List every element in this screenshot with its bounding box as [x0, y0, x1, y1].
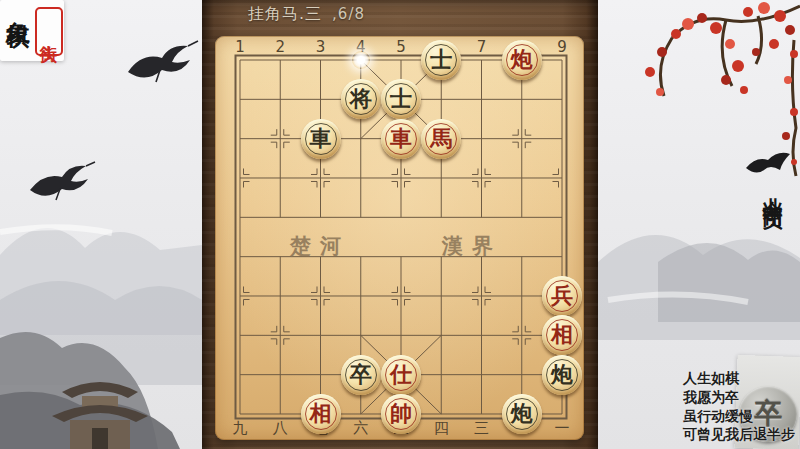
board-cell[interactable] [542, 80, 582, 119]
mountain-shape [598, 235, 800, 340]
mountain-shape [658, 243, 800, 322]
wood-table: 挂角马.三,6/8 123456789 九八七六五四三二一 楚河 漢界 士炮将士… [202, 0, 598, 449]
quote-line: 虽行动缓慢 [683, 407, 795, 426]
piece-glyph: 炮 [551, 364, 573, 386]
board-cell[interactable] [220, 198, 260, 237]
board-cell[interactable] [300, 198, 340, 237]
piece-glyph: 相 [551, 324, 573, 346]
board-cell[interactable] [341, 237, 381, 276]
vertical-watermark: 业余守門员 [760, 182, 787, 197]
board-cell[interactable] [502, 158, 542, 197]
board-cell[interactable] [220, 355, 260, 394]
xiangqi-piece-red[interactable]: 車 [381, 119, 421, 159]
board-cell[interactable] [260, 276, 300, 315]
board-cell[interactable] [300, 40, 340, 79]
bird-icon [746, 153, 790, 173]
board-cell[interactable] [461, 198, 501, 237]
board-cell[interactable] [421, 394, 461, 433]
logo-text-xiangqi: 象棋 [4, 2, 32, 6]
xiangqi-piece-black[interactable]: 士 [421, 40, 461, 80]
board-cell[interactable] [341, 394, 381, 433]
board-cell[interactable] [461, 158, 501, 197]
quote-line: 我愿为卒 [683, 388, 795, 407]
board-cell[interactable] [421, 276, 461, 315]
board-cell[interactable] [300, 158, 340, 197]
quote-line: 人生如棋 [683, 369, 795, 388]
plum-blossoms [645, 2, 798, 165]
board-cell[interactable] [421, 237, 461, 276]
rocks-shape [0, 332, 158, 449]
piece-glyph: 馬 [430, 128, 452, 150]
quote-line: 可曾见我后退半步 [683, 425, 795, 444]
board-cell[interactable] [502, 276, 542, 315]
board-cell[interactable] [341, 276, 381, 315]
board-cell[interactable] [381, 316, 421, 355]
xiangqi-board-panel: 123456789 九八七六五四三二一 楚河 漢界 士炮将士車車馬兵相卒仕炮相帥… [215, 36, 584, 440]
board-cell[interactable] [381, 40, 421, 79]
xiangqi-piece-red[interactable]: 兵 [542, 276, 582, 316]
board-cell[interactable] [502, 80, 542, 119]
piece-glyph: 相 [310, 403, 332, 425]
mountain-shape [0, 228, 202, 335]
xiangqi-piece-red[interactable]: 仕 [381, 355, 421, 395]
board-cell[interactable] [502, 237, 542, 276]
board-cell[interactable] [220, 316, 260, 355]
board-cell[interactable] [300, 276, 340, 315]
mist-stroke [0, 227, 112, 233]
xiangqi-piece-red[interactable]: 帥 [381, 394, 421, 434]
board-cell[interactable] [300, 80, 340, 119]
board-cell[interactable] [502, 198, 542, 237]
board-cell[interactable] [461, 394, 501, 433]
board-cell[interactable] [260, 316, 300, 355]
plum-branch-icon [645, 2, 800, 176]
board-cell[interactable] [220, 119, 260, 158]
xiangqi-piece-red[interactable]: 炮 [502, 40, 542, 80]
piece-glyph: 車 [310, 128, 332, 150]
piece-glyph: 帥 [390, 403, 412, 425]
board-cell[interactable] [381, 158, 421, 197]
board-cell[interactable] [260, 394, 300, 433]
mist-stroke [608, 294, 748, 302]
board-cell[interactable] [260, 355, 300, 394]
board-cell[interactable] [220, 40, 260, 79]
board-cell[interactable] [341, 316, 381, 355]
mountain-shape [0, 281, 202, 385]
board-cell[interactable] [542, 198, 582, 237]
board-cell[interactable] [542, 394, 582, 433]
piece-glyph: 士 [390, 88, 412, 110]
board-cell[interactable] [260, 80, 300, 119]
quote-block: 人生如棋 我愿为卒 虽行动缓慢 可曾见我后退半步 [683, 369, 795, 444]
board-cell[interactable] [220, 394, 260, 433]
board-cell[interactable] [461, 80, 501, 119]
xiangqi-piece-red[interactable]: 相 [301, 394, 341, 434]
board-cell[interactable] [542, 119, 582, 158]
board-cell[interactable] [341, 119, 381, 158]
board-cell[interactable] [461, 316, 501, 355]
piece-glyph: 卒 [350, 364, 372, 386]
logo-badge-jietou: 街头 [35, 7, 63, 56]
board-cell[interactable] [300, 316, 340, 355]
board-cell[interactable] [381, 276, 421, 315]
board-cell[interactable] [260, 119, 300, 158]
board-cell[interactable] [260, 40, 300, 79]
board-cell[interactable] [341, 158, 381, 197]
board-cell[interactable] [341, 198, 381, 237]
piece-glyph: 炮 [511, 49, 533, 71]
board-cell[interactable] [421, 316, 461, 355]
xiangqi-piece-black[interactable]: 炮 [542, 355, 582, 395]
board-cell[interactable] [421, 198, 461, 237]
app-logo: 象棋 街头 [0, 0, 64, 61]
board-cell[interactable] [260, 158, 300, 197]
highlight-marker: ✦ [352, 51, 370, 69]
board-cell[interactable] [220, 80, 260, 119]
piece-glyph: 兵 [551, 285, 573, 307]
board-cell[interactable] [381, 237, 421, 276]
board-cell[interactable] [300, 237, 340, 276]
pavilion-icon [52, 382, 148, 449]
board-cell[interactable] [542, 237, 582, 276]
board-cell[interactable] [220, 237, 260, 276]
board-cell[interactable] [421, 80, 461, 119]
board-cell[interactable] [502, 316, 542, 355]
board-cell[interactable] [461, 276, 501, 315]
board-cell[interactable] [220, 276, 260, 315]
rocks-shape [0, 392, 180, 449]
puzzle-name: 挂角马.三 [248, 4, 322, 23]
piece-glyph: 仕 [390, 364, 412, 386]
piece-glyph: 炮 [511, 403, 533, 425]
board-cell[interactable] [502, 355, 542, 394]
xiangqi-piece-black[interactable]: 車 [301, 119, 341, 159]
xiangqi-piece-black[interactable]: 将 [341, 79, 381, 119]
xiangqi-piece-black[interactable]: 炮 [502, 394, 542, 434]
crane-icon [128, 41, 198, 82]
xiangqi-piece-red[interactable]: 馬 [421, 119, 461, 159]
board-cell[interactable] [461, 355, 501, 394]
board-cell[interactable] [300, 355, 340, 394]
board-cell[interactable] [461, 40, 501, 79]
piece-glyph: 将 [350, 88, 372, 110]
puzzle-progress: ,6/8 [332, 5, 365, 23]
piece-glyph: 士 [430, 49, 452, 71]
crane-icon [30, 162, 95, 200]
piece-glyph: 車 [390, 128, 412, 150]
board-cell[interactable] [421, 355, 461, 394]
board-cell[interactable] [461, 237, 501, 276]
board-cell[interactable] [502, 119, 542, 158]
board-cell[interactable] [421, 158, 461, 197]
puzzle-title: 挂角马.三,6/8 [248, 4, 365, 25]
board-cell[interactable] [542, 158, 582, 197]
board-cell[interactable] [260, 237, 300, 276]
board-cell[interactable] [542, 40, 582, 79]
board-cell[interactable] [461, 119, 501, 158]
board-cell[interactable] [381, 198, 421, 237]
xiangqi-piece-black[interactable]: 卒 [341, 355, 381, 395]
left-ink-painting [0, 0, 202, 449]
board-cell[interactable] [220, 158, 260, 197]
board-cell[interactable] [260, 198, 300, 237]
